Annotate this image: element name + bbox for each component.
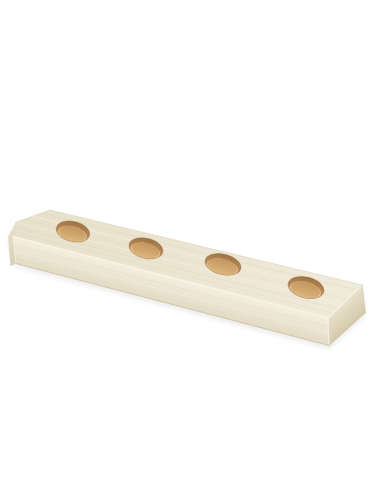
product-photo <box>0 0 381 492</box>
product-photo-svg <box>0 0 381 492</box>
